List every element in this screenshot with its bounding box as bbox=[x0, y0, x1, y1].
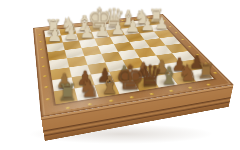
square-h8[interactable]: ♜ bbox=[54, 88, 78, 104]
brass-pin-icon bbox=[174, 32, 178, 33]
chess-set-photo: ♜♞♝♚♛♝♞♜♟♟♟♟♟♟♟♟♟♟♟♟♟♟♟♟♜♞♝♚♛♝♞♜ bbox=[0, 0, 240, 150]
brass-pin-icon bbox=[41, 65, 45, 67]
brass-pin-icon bbox=[40, 57, 43, 59]
brass-pin-icon bbox=[66, 106, 70, 109]
piece-black-rook[interactable]: ♜ bbox=[45, 81, 90, 104]
chess-case: ♜♞♝♚♛♝♞♜♟♟♟♟♟♟♟♟♟♟♟♟♟♟♟♟♜♞♝♚♛♝♞♜ bbox=[33, 14, 234, 117]
square-h2[interactable]: ♟ bbox=[45, 36, 63, 45]
brass-pin-icon bbox=[39, 48, 42, 50]
piece-white-pawn[interactable]: ♟ bbox=[38, 27, 72, 44]
brass-pin-icon bbox=[181, 39, 185, 41]
brass-pin-icon bbox=[188, 46, 192, 48]
